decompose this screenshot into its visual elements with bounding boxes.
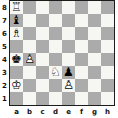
- square-e2[interactable]: ♟♙: [62, 79, 75, 92]
- square-d8[interactable]: [49, 1, 62, 14]
- piece-white-knight: ♞♘: [49, 66, 62, 79]
- square-f6[interactable]: [75, 27, 88, 40]
- piece-white-pawn: ♟♙: [23, 53, 36, 66]
- rank-labels: 87654321: [0, 0, 9, 106]
- square-c5[interactable]: [36, 40, 49, 53]
- square-b6[interactable]: [23, 27, 36, 40]
- square-a1[interactable]: [10, 92, 23, 105]
- file-label-b: b: [23, 106, 36, 118]
- square-h7[interactable]: [101, 14, 114, 27]
- chess-board: ♜♖♝♝♗♚♟♙♞♘♟♚♔♟♙: [9, 0, 115, 106]
- square-e6[interactable]: [62, 27, 75, 40]
- square-b7[interactable]: [23, 14, 36, 27]
- square-b3[interactable]: [23, 66, 36, 79]
- piece-white-king: ♚♔: [10, 79, 23, 92]
- square-a4[interactable]: ♚: [10, 53, 23, 66]
- square-b1[interactable]: [23, 92, 36, 105]
- square-b2[interactable]: [23, 79, 36, 92]
- piece-black-king: ♚: [10, 53, 23, 66]
- square-d5[interactable]: [49, 40, 62, 53]
- square-c8[interactable]: [36, 1, 49, 14]
- piece-white-bishop: ♝♗: [10, 27, 23, 40]
- square-f4[interactable]: [75, 53, 88, 66]
- square-g3[interactable]: [88, 66, 101, 79]
- piece-white-pawn: ♟♙: [62, 79, 75, 92]
- square-d1[interactable]: [49, 92, 62, 105]
- square-c1[interactable]: [36, 92, 49, 105]
- rank-label-4: 4: [0, 53, 9, 66]
- file-label-h: h: [101, 106, 114, 118]
- square-a6[interactable]: ♝♗: [10, 27, 23, 40]
- square-h3[interactable]: [101, 66, 114, 79]
- rank-label-3: 3: [0, 66, 9, 79]
- square-c6[interactable]: [36, 27, 49, 40]
- square-c7[interactable]: [36, 14, 49, 27]
- piece-outline-glyph: ♔: [11, 79, 22, 92]
- file-label-g: g: [88, 106, 101, 118]
- square-f5[interactable]: [75, 40, 88, 53]
- file-label-d: d: [49, 106, 62, 118]
- rank-label-8: 8: [0, 1, 9, 14]
- file-label-f: f: [75, 106, 88, 118]
- square-c2[interactable]: [36, 79, 49, 92]
- square-g5[interactable]: [88, 40, 101, 53]
- square-g6[interactable]: [88, 27, 101, 40]
- square-b8[interactable]: [23, 1, 36, 14]
- square-e7[interactable]: [62, 14, 75, 27]
- square-h8[interactable]: [101, 1, 114, 14]
- rank-label-1: 1: [0, 92, 9, 105]
- square-b4[interactable]: ♟♙: [23, 53, 36, 66]
- file-labels: abcdefgh: [10, 106, 115, 118]
- piece-outline-glyph: ♘: [50, 66, 61, 79]
- square-a2[interactable]: ♚♔: [10, 79, 23, 92]
- rank-label-5: 5: [0, 40, 9, 53]
- square-h2[interactable]: [101, 79, 114, 92]
- square-f1[interactable]: [75, 92, 88, 105]
- file-label-a: a: [10, 106, 23, 118]
- rank-label-6: 6: [0, 27, 9, 40]
- square-h5[interactable]: [101, 40, 114, 53]
- piece-outline-glyph: ♚: [11, 53, 22, 66]
- square-g2[interactable]: [88, 79, 101, 92]
- square-f2[interactable]: [75, 79, 88, 92]
- square-e8[interactable]: [62, 1, 75, 14]
- square-d7[interactable]: [49, 14, 62, 27]
- square-c3[interactable]: [36, 66, 49, 79]
- piece-outline-glyph: ♙: [24, 53, 35, 66]
- square-g4[interactable]: [88, 53, 101, 66]
- square-e1[interactable]: [62, 92, 75, 105]
- square-g8[interactable]: [88, 1, 101, 14]
- square-f3[interactable]: [75, 66, 88, 79]
- piece-outline-glyph: ♗: [11, 27, 22, 40]
- rank-label-2: 2: [0, 79, 9, 92]
- chess-diagram: 87654321 ♜♖♝♝♗♚♟♙♞♘♟♚♔♟♙ abcdefgh: [0, 0, 118, 118]
- square-f8[interactable]: [75, 1, 88, 14]
- square-d3[interactable]: ♞♘: [49, 66, 62, 79]
- square-h1[interactable]: [101, 92, 114, 105]
- square-h6[interactable]: [101, 27, 114, 40]
- piece-outline-glyph: ♙: [63, 79, 74, 92]
- square-d2[interactable]: [49, 79, 62, 92]
- square-d6[interactable]: [49, 27, 62, 40]
- square-f7[interactable]: [75, 14, 88, 27]
- file-label-c: c: [36, 106, 49, 118]
- square-h4[interactable]: [101, 53, 114, 66]
- square-c4[interactable]: [36, 53, 49, 66]
- rank-label-7: 7: [0, 14, 9, 27]
- square-e5[interactable]: [62, 40, 75, 53]
- file-label-e: e: [62, 106, 75, 118]
- square-g7[interactable]: [88, 14, 101, 27]
- square-g1[interactable]: [88, 92, 101, 105]
